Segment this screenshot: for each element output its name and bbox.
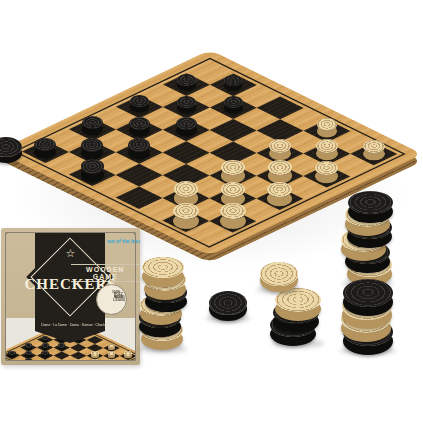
- checker-piece: [209, 291, 247, 315]
- checker-piece: [343, 279, 393, 307]
- stack-shadow: [139, 344, 187, 353]
- checker-piece: [260, 262, 298, 286]
- product-photo: ☆ WOODEN GAME CHECKERS Dame · La Dame · …: [0, 0, 423, 423]
- stack-shadow: [272, 339, 324, 348]
- checker-piece: [0, 137, 22, 157]
- loose-pieces: [0, 0, 423, 423]
- stack-shadow: [340, 346, 396, 355]
- stack-shadow: [206, 314, 250, 323]
- checker-piece: [348, 191, 393, 214]
- stack-shadow: [257, 285, 301, 294]
